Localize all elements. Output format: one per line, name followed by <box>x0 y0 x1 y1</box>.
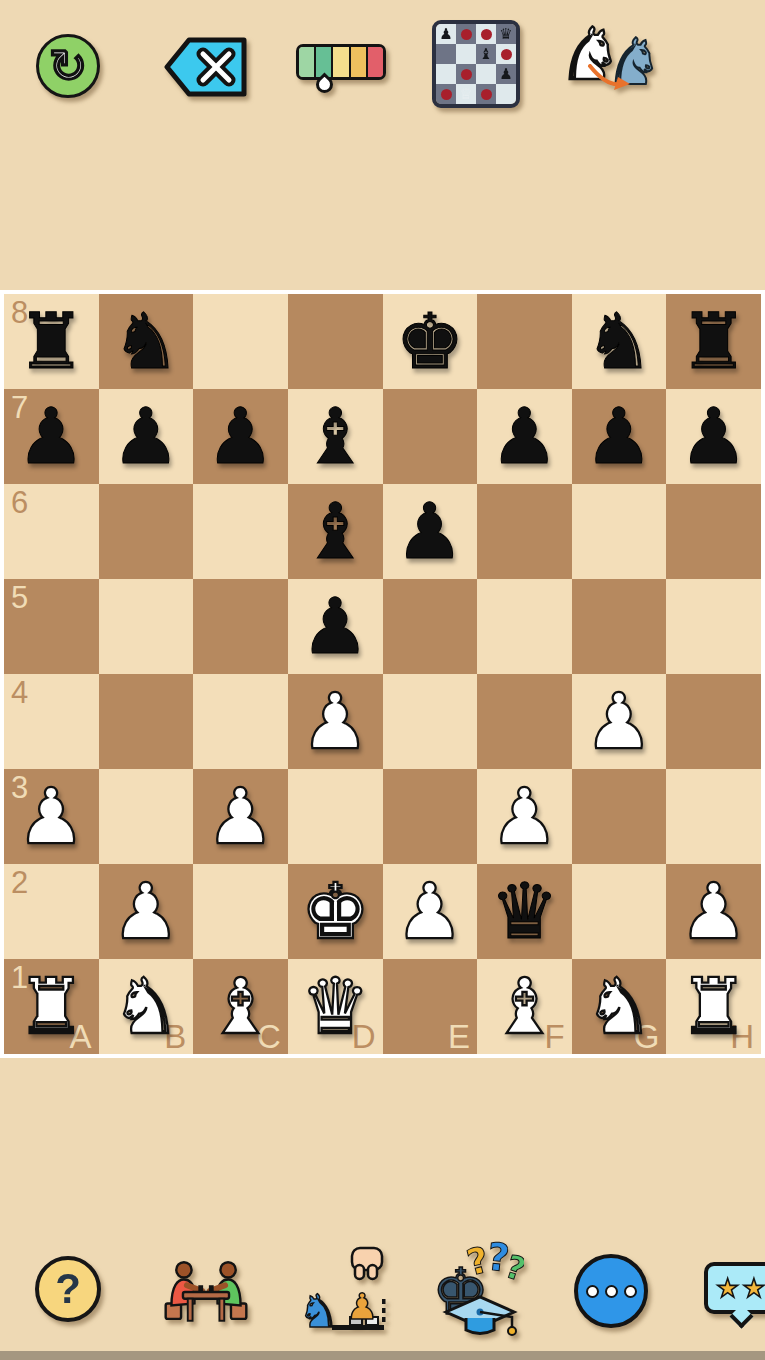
piece-black-pawn[interactable]: ♟ <box>111 398 180 475</box>
square-b4[interactable] <box>99 674 194 769</box>
mini-cell: ♝ <box>476 44 496 64</box>
piece-white-pawn[interactable]: ♟ <box>395 873 464 950</box>
swap-arrow-icon <box>586 64 630 100</box>
square-e7[interactable] <box>383 389 478 484</box>
square-b7[interactable]: ♟ <box>99 389 194 484</box>
meter-segment <box>351 47 368 77</box>
square-b8[interactable]: ♞ <box>99 294 194 389</box>
red-dot-icon <box>481 29 492 40</box>
piece-black-queen[interactable]: ♛ <box>490 873 559 950</box>
piece-white-bishop[interactable]: ♝ <box>490 968 559 1045</box>
piece-white-bishop[interactable]: ♝ <box>206 968 275 1045</box>
piece-white-pawn[interactable]: ♟ <box>585 683 654 760</box>
square-f8[interactable] <box>477 294 572 389</box>
square-g1[interactable]: G♞ <box>572 959 667 1054</box>
mini-cell <box>476 24 496 44</box>
piece-black-pawn[interactable]: ♟ <box>17 398 86 475</box>
piece-black-rook[interactable]: ♜ <box>679 303 748 380</box>
square-c1[interactable]: C♝ <box>193 959 288 1054</box>
square-c5[interactable] <box>193 579 288 674</box>
square-h3[interactable] <box>666 769 761 864</box>
restart-button[interactable]: ↻ <box>36 34 100 98</box>
square-h2[interactable]: ♟ <box>666 864 761 959</box>
meter-segment <box>368 47 383 77</box>
square-b1[interactable]: B♞ <box>99 959 194 1054</box>
stars-icon: ★★★ <box>716 1275 765 1301</box>
more-options-button[interactable] <box>574 1254 648 1328</box>
piece-white-knight[interactable]: ♞ <box>585 968 654 1045</box>
mini-cell <box>496 44 516 64</box>
piece-black-pawn[interactable]: ♟ <box>206 398 275 475</box>
square-f3[interactable]: ♟ <box>477 769 572 864</box>
dot-icon <box>605 1285 618 1298</box>
square-b3[interactable] <box>99 769 194 864</box>
square-h7[interactable]: ♟ <box>666 389 761 484</box>
piece-white-knight[interactable]: ♞ <box>111 968 180 1045</box>
mini-cell <box>436 64 456 84</box>
square-c4[interactable] <box>193 674 288 769</box>
threats-board-button[interactable]: ♟♛♝♟♕ <box>432 20 520 108</box>
square-e3[interactable] <box>383 769 478 864</box>
mini-cell <box>436 84 456 104</box>
piece-black-pawn[interactable]: ♟ <box>301 588 370 665</box>
square-e5[interactable] <box>383 579 478 674</box>
piece-black-knight[interactable]: ♞ <box>111 303 180 380</box>
dot-icon <box>624 1285 637 1298</box>
square-a6[interactable]: 6 <box>4 484 99 579</box>
square-g6[interactable] <box>572 484 667 579</box>
dot-icon <box>586 1285 599 1298</box>
square-a5[interactable]: 5 <box>4 579 99 674</box>
two-players-table-icon <box>158 1258 254 1324</box>
mini-cell <box>456 24 476 44</box>
board-setup-button[interactable]: ♞ ♟ <box>298 1243 386 1339</box>
piece-black-king[interactable]: ♚ <box>395 303 464 380</box>
red-dot-icon <box>461 29 472 40</box>
square-d6[interactable]: ♝ <box>288 484 383 579</box>
mini-cell <box>496 84 516 104</box>
two-players-button[interactable] <box>158 1258 254 1328</box>
square-h1[interactable]: H♜ <box>666 959 761 1054</box>
piece-white-pawn[interactable]: ♟ <box>490 778 559 855</box>
water-level-meter-icon <box>296 44 386 80</box>
square-c7[interactable]: ♟ <box>193 389 288 484</box>
square-c6[interactable] <box>193 484 288 579</box>
piece-white-king[interactable]: ♚ <box>301 873 370 950</box>
square-a1[interactable]: 1A♜ <box>4 959 99 1054</box>
piece-black-rook[interactable]: ♜ <box>17 303 86 380</box>
square-f5[interactable] <box>477 579 572 674</box>
piece-black-bishop[interactable]: ♝ <box>301 398 370 475</box>
level-meter-button[interactable] <box>296 44 386 102</box>
square-h4[interactable] <box>666 674 761 769</box>
mini-cell: ♟ <box>496 64 516 84</box>
square-e2[interactable]: ♟ <box>383 864 478 959</box>
square-b6[interactable] <box>99 484 194 579</box>
switch-sides-button[interactable]: ♞ ♞ <box>558 18 662 114</box>
square-f6[interactable] <box>477 484 572 579</box>
square-g7[interactable]: ♟ <box>572 389 667 484</box>
red-dot-icon <box>461 69 472 80</box>
square-b2[interactable]: ♟ <box>99 864 194 959</box>
square-c3[interactable]: ♟ <box>193 769 288 864</box>
mini-cell: ♕ <box>456 84 476 104</box>
square-e8[interactable]: ♚ <box>383 294 478 389</box>
square-a2[interactable]: 2 <box>4 864 99 959</box>
square-d7[interactable]: ♝ <box>288 389 383 484</box>
undo-button[interactable] <box>164 36 248 102</box>
mini-cell <box>436 44 456 64</box>
rate-app-button[interactable]: ★★★ <box>704 1262 765 1314</box>
piece-white-pawn[interactable]: ♟ <box>679 873 748 950</box>
piece-black-pawn[interactable]: ♟ <box>585 398 654 475</box>
square-e1[interactable]: E <box>383 959 478 1054</box>
square-g5[interactable] <box>572 579 667 674</box>
mini-cell: ♟ <box>436 24 456 44</box>
navigation-bar <box>0 1351 765 1360</box>
piece-black-bishop[interactable]: ♝ <box>301 493 370 570</box>
rank-label: 5 <box>11 582 28 613</box>
square-d1[interactable]: D♛ <box>288 959 383 1054</box>
piece-white-rook[interactable]: ♜ <box>679 968 748 1045</box>
piece-white-pawn[interactable]: ♟ <box>17 778 86 855</box>
learn-chess-icon: ♚ ? ? ? <box>430 1238 524 1336</box>
hand-placing-piece-icon: ♞ ♟ <box>298 1243 386 1335</box>
square-b5[interactable] <box>99 579 194 674</box>
square-c2[interactable] <box>193 864 288 959</box>
square-g2[interactable] <box>572 864 667 959</box>
piece-white-queen[interactable]: ♛ <box>301 968 370 1045</box>
square-d5[interactable]: ♟ <box>288 579 383 674</box>
square-g8[interactable]: ♞ <box>572 294 667 389</box>
piece-white-pawn[interactable]: ♟ <box>301 683 370 760</box>
square-d3[interactable] <box>288 769 383 864</box>
square-d8[interactable] <box>288 294 383 389</box>
rank-label: 6 <box>11 487 28 518</box>
square-a3[interactable]: 3♟ <box>4 769 99 864</box>
red-dot-icon <box>481 89 492 100</box>
restart-icon: ↻ <box>49 43 88 89</box>
piece-black-pawn[interactable]: ♟ <box>490 398 559 475</box>
square-a8[interactable]: 8♜ <box>4 294 99 389</box>
rank-label: 2 <box>11 867 28 898</box>
svg-text:♞: ♞ <box>298 1284 339 1335</box>
square-d2[interactable]: ♚ <box>288 864 383 959</box>
question-mark-icon: ? <box>55 1268 81 1310</box>
help-button[interactable]: ? <box>35 1256 101 1322</box>
piece-white-pawn[interactable]: ♟ <box>111 873 180 950</box>
mini-cell: ♛ <box>496 24 516 44</box>
square-g3[interactable] <box>572 769 667 864</box>
piece-black-pawn[interactable]: ♟ <box>679 398 748 475</box>
meter-segment <box>299 47 316 77</box>
square-h6[interactable] <box>666 484 761 579</box>
square-d4[interactable]: ♟ <box>288 674 383 769</box>
file-label: E <box>448 1020 470 1053</box>
piece-black-pawn[interactable]: ♟ <box>395 493 464 570</box>
square-f7[interactable]: ♟ <box>477 389 572 484</box>
red-dot-icon <box>501 49 512 60</box>
meter-segment <box>333 47 350 77</box>
square-f4[interactable] <box>477 674 572 769</box>
piece-white-rook[interactable]: ♜ <box>17 968 86 1045</box>
piece-black-knight[interactable]: ♞ <box>585 303 654 380</box>
square-h8[interactable]: ♜ <box>666 294 761 389</box>
square-f2[interactable]: ♛ <box>477 864 572 959</box>
square-e6[interactable]: ♟ <box>383 484 478 579</box>
red-dot-icon <box>441 89 452 100</box>
learn-button[interactable]: ♚ ? ? ? <box>430 1238 524 1340</box>
mini-cell <box>476 84 496 104</box>
mini-cell <box>456 44 476 64</box>
piece-white-pawn[interactable]: ♟ <box>206 778 275 855</box>
square-f1[interactable]: F♝ <box>477 959 572 1054</box>
square-a7[interactable]: 7♟ <box>4 389 99 484</box>
back-x-icon <box>164 36 248 98</box>
square-g4[interactable]: ♟ <box>572 674 667 769</box>
chess-board: 8♜♞♚♞♜7♟♟♟♝♟♟♟6♝♟5♟4♟♟3♟♟♟2♟♚♟♛♟1A♜B♞C♝D… <box>0 290 765 1058</box>
mini-cell <box>476 64 496 84</box>
mini-cell <box>456 64 476 84</box>
square-e4[interactable] <box>383 674 478 769</box>
square-h5[interactable] <box>666 579 761 674</box>
square-a4[interactable]: 4 <box>4 674 99 769</box>
svg-text:♟: ♟ <box>346 1286 378 1327</box>
rank-label: 4 <box>11 677 28 708</box>
square-c8[interactable] <box>193 294 288 389</box>
